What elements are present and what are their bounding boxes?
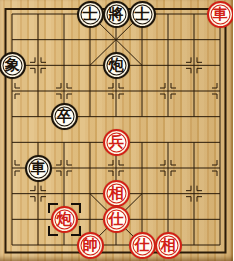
piece-black-elephant[interactable]: 象 [0,52,26,79]
piece-red-chariot[interactable]: 車 [207,1,234,28]
piece-black-advisor[interactable]: 士 [77,1,104,28]
piece-black-cannon[interactable]: 炮 [103,52,130,79]
piece-red-cannon[interactable]: 炮 [51,206,78,233]
piece-red-elephant[interactable]: 相 [155,232,182,259]
piece-red-advisor[interactable]: 仕 [129,232,156,259]
piece-black-soldier[interactable]: 卒 [51,103,78,130]
piece-red-general[interactable]: 帥 [77,232,104,259]
piece-black-chariot[interactable]: 車 [25,155,52,182]
piece-red-advisor[interactable]: 仕 [103,206,130,233]
xiangqi-board[interactable]: 士將士車象炮卒兵車相炮仕帥仕相 [0,0,233,261]
piece-red-soldier[interactable]: 兵 [103,129,130,156]
piece-red-elephant[interactable]: 相 [103,180,130,207]
piece-black-advisor[interactable]: 士 [129,1,156,28]
piece-black-general[interactable]: 將 [103,1,130,28]
